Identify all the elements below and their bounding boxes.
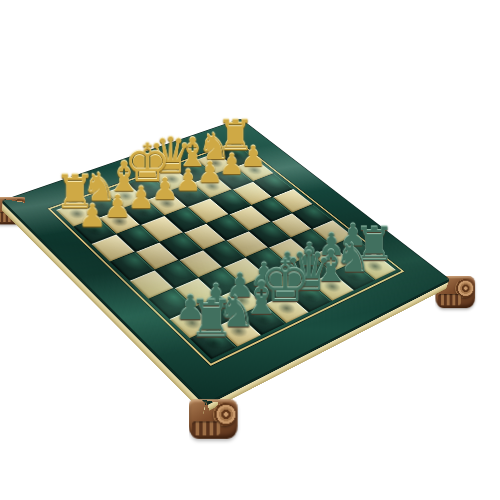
board-foot-near: [189, 399, 238, 439]
perspective-wrapper: ♜♟♟♜♞♟♟♞♝♟♟♝♛♟♟♛♚♟♟♚♝♟♟♝♞♟♟♞♜♟♟♜: [0, 0, 500, 500]
foot-ridges: [438, 294, 461, 305]
green-rook[interactable]: ♜: [167, 295, 256, 344]
square-h8[interactable]: ♜: [190, 328, 236, 360]
board-foot-right: [435, 276, 475, 308]
chess-board: ♜♟♟♜♞♟♟♞♝♟♟♝♛♟♟♛♚♟♟♚♝♟♟♝♞♟♟♞♜♟♟♜: [3, 119, 449, 403]
foot-ridges: [192, 421, 220, 435]
gold-pawn[interactable]: ♟: [52, 201, 133, 231]
square-g4[interactable]: [136, 242, 178, 269]
board-field: ♜♟♟♜♞♟♟♞♝♟♟♝♛♟♟♛♚♟♟♚♝♟♟♝♞♟♟♞♜♟♟♜: [56, 145, 396, 359]
chess-set-product-photo: ♜♟♟♜♞♟♟♞♝♟♟♝♛♟♟♛♚♟♟♚♝♟♟♝♞♟♟♞♜♟♟♜: [0, 0, 500, 500]
square-c4[interactable]: [230, 206, 270, 230]
